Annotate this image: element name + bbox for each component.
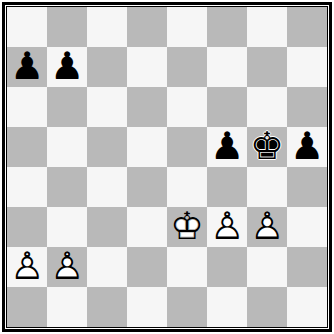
square-c2[interactable] xyxy=(87,247,127,287)
square-c3[interactable] xyxy=(87,207,127,247)
square-h5[interactable]: ♟ xyxy=(287,127,327,167)
square-g5[interactable]: ♚ xyxy=(247,127,287,167)
white-pawn-glyph: ♙ xyxy=(50,247,84,286)
white-king[interactable]: ♚♔ xyxy=(167,207,207,247)
square-f5[interactable]: ♟ xyxy=(207,127,247,167)
square-e7[interactable] xyxy=(167,47,207,87)
square-d3[interactable] xyxy=(127,207,167,247)
square-e1[interactable] xyxy=(167,287,207,327)
square-b5[interactable] xyxy=(47,127,87,167)
board-frame: ♟♟♟♚♟♚♔♟♙♟♙♟♙♟♙ xyxy=(2,2,332,332)
square-f2[interactable] xyxy=(207,247,247,287)
square-b6[interactable] xyxy=(47,87,87,127)
square-g3[interactable]: ♟♙ xyxy=(247,207,287,247)
square-a8[interactable] xyxy=(7,7,47,47)
square-f1[interactable] xyxy=(207,287,247,327)
white-pawn[interactable]: ♟♙ xyxy=(47,247,87,287)
white-pawn-glyph: ♙ xyxy=(210,207,244,246)
square-b8[interactable] xyxy=(47,7,87,47)
square-f8[interactable] xyxy=(207,7,247,47)
chess-diagram: ♟♟♟♚♟♚♔♟♙♟♙♟♙♟♙ xyxy=(0,0,334,334)
square-g6[interactable] xyxy=(247,87,287,127)
black-pawn[interactable]: ♟ xyxy=(207,127,247,167)
square-d6[interactable] xyxy=(127,87,167,127)
square-h4[interactable] xyxy=(287,167,327,207)
white-pawn-glyph: ♙ xyxy=(10,247,44,286)
square-e3[interactable]: ♚♔ xyxy=(167,207,207,247)
square-g4[interactable] xyxy=(247,167,287,207)
square-e2[interactable] xyxy=(167,247,207,287)
square-d7[interactable] xyxy=(127,47,167,87)
square-c7[interactable] xyxy=(87,47,127,87)
black-king-glyph: ♚ xyxy=(250,127,284,166)
square-b1[interactable] xyxy=(47,287,87,327)
black-pawn[interactable]: ♟ xyxy=(287,127,327,167)
square-f3[interactable]: ♟♙ xyxy=(207,207,247,247)
square-a3[interactable] xyxy=(7,207,47,247)
square-c6[interactable] xyxy=(87,87,127,127)
square-f6[interactable] xyxy=(207,87,247,127)
square-d4[interactable] xyxy=(127,167,167,207)
square-h2[interactable] xyxy=(287,247,327,287)
black-pawn-glyph: ♟ xyxy=(50,47,84,86)
square-h1[interactable] xyxy=(287,287,327,327)
square-a6[interactable] xyxy=(7,87,47,127)
black-pawn[interactable]: ♟ xyxy=(7,47,47,87)
square-h8[interactable] xyxy=(287,7,327,47)
square-e6[interactable] xyxy=(167,87,207,127)
square-f7[interactable] xyxy=(207,47,247,87)
white-pawn[interactable]: ♟♙ xyxy=(207,207,247,247)
square-g8[interactable] xyxy=(247,7,287,47)
square-a4[interactable] xyxy=(7,167,47,207)
square-d8[interactable] xyxy=(127,7,167,47)
square-d2[interactable] xyxy=(127,247,167,287)
white-pawn[interactable]: ♟♙ xyxy=(247,207,287,247)
black-pawn-glyph: ♟ xyxy=(10,47,44,86)
square-d5[interactable] xyxy=(127,127,167,167)
square-c5[interactable] xyxy=(87,127,127,167)
square-h3[interactable] xyxy=(287,207,327,247)
square-f4[interactable] xyxy=(207,167,247,207)
square-c4[interactable] xyxy=(87,167,127,207)
square-g7[interactable] xyxy=(247,47,287,87)
square-b4[interactable] xyxy=(47,167,87,207)
black-pawn-glyph: ♟ xyxy=(210,127,244,166)
square-a5[interactable] xyxy=(7,127,47,167)
square-c8[interactable] xyxy=(87,7,127,47)
black-king[interactable]: ♚ xyxy=(247,127,287,167)
white-pawn-glyph: ♙ xyxy=(250,207,284,246)
black-pawn-glyph: ♟ xyxy=(290,127,324,166)
black-pawn[interactable]: ♟ xyxy=(47,47,87,87)
board-inner-border: ♟♟♟♚♟♚♔♟♙♟♙♟♙♟♙ xyxy=(6,6,328,328)
square-b3[interactable] xyxy=(47,207,87,247)
square-b2[interactable]: ♟♙ xyxy=(47,247,87,287)
white-pawn[interactable]: ♟♙ xyxy=(7,247,47,287)
square-a1[interactable] xyxy=(7,287,47,327)
square-c1[interactable] xyxy=(87,287,127,327)
square-h7[interactable] xyxy=(287,47,327,87)
square-a2[interactable]: ♟♙ xyxy=(7,247,47,287)
chess-board: ♟♟♟♚♟♚♔♟♙♟♙♟♙♟♙ xyxy=(7,7,327,327)
square-b7[interactable]: ♟ xyxy=(47,47,87,87)
square-d1[interactable] xyxy=(127,287,167,327)
square-e8[interactable] xyxy=(167,7,207,47)
square-g2[interactable] xyxy=(247,247,287,287)
square-e4[interactable] xyxy=(167,167,207,207)
white-king-glyph: ♔ xyxy=(170,207,204,246)
square-h6[interactable] xyxy=(287,87,327,127)
square-a7[interactable]: ♟ xyxy=(7,47,47,87)
square-e5[interactable] xyxy=(167,127,207,167)
square-g1[interactable] xyxy=(247,287,287,327)
